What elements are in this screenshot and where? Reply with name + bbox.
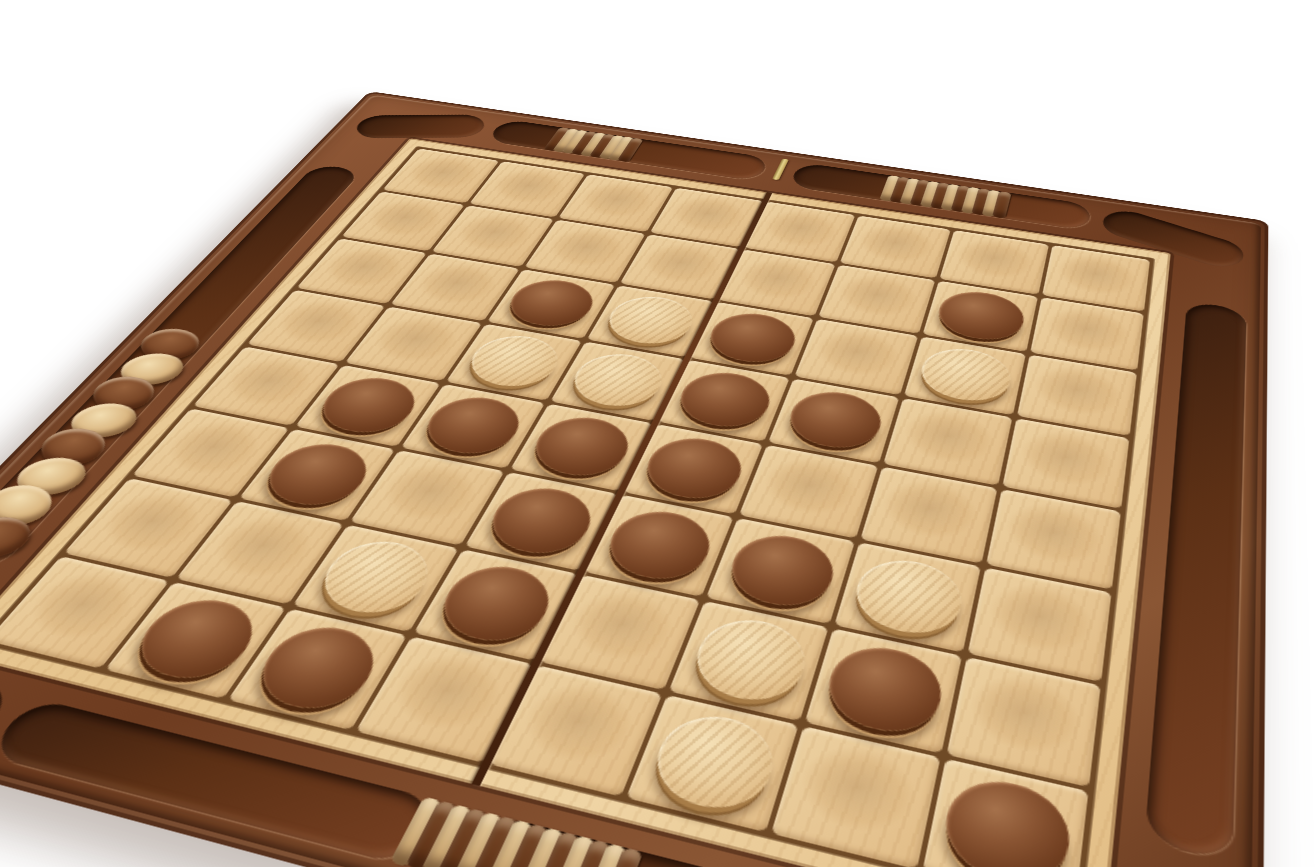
disc-dark-d7 xyxy=(428,559,563,650)
disc-light-d3 xyxy=(598,291,702,350)
disc-light-g6 xyxy=(848,552,968,642)
disc-dark-e5 xyxy=(636,431,752,506)
disc-light-f7 xyxy=(684,611,815,709)
disc-dark-f6 xyxy=(720,527,842,614)
corner-tray-top-left xyxy=(354,115,485,139)
disc-dark-c3 xyxy=(499,275,604,332)
othello-board xyxy=(0,91,1268,867)
disc-dark-g7 xyxy=(820,639,949,741)
disc-light-f8 xyxy=(643,707,784,819)
product-photo-scene xyxy=(0,0,1316,867)
disc-dark-c5 xyxy=(414,391,532,461)
disc-dark-d6 xyxy=(478,481,603,562)
disc-dark-e6 xyxy=(597,504,721,588)
disc-light-c7 xyxy=(308,534,444,622)
disc-dark-e3 xyxy=(701,308,804,368)
disc-light-g3 xyxy=(916,343,1016,407)
disc-dark-d5 xyxy=(523,411,640,483)
disc-light-d4 xyxy=(562,348,672,413)
disc-dark-g2 xyxy=(934,287,1028,345)
disc-dark-e4 xyxy=(670,366,779,433)
disc-light-c4 xyxy=(458,330,569,393)
disc-dark-h8 xyxy=(938,771,1074,867)
disc-dark-f4 xyxy=(781,386,888,455)
disc-dark-b5 xyxy=(308,372,428,440)
